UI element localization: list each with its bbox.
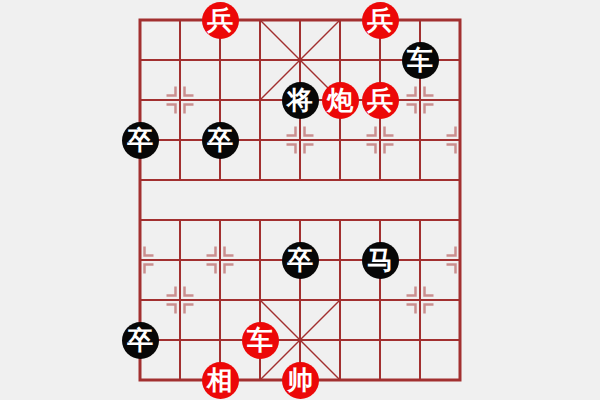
piece-red-elephant[interactable]: 相 — [202, 362, 239, 399]
piece-black-soldier[interactable]: 卒 — [202, 122, 239, 159]
board-grid — [0, 0, 600, 400]
piece-black-soldier[interactable]: 卒 — [122, 322, 159, 359]
piece-black-general[interactable]: 将 — [282, 82, 319, 119]
piece-red-general[interactable]: 帅 — [282, 362, 319, 399]
piece-red-soldier[interactable]: 兵 — [362, 2, 399, 39]
piece-red-soldier[interactable]: 兵 — [362, 82, 399, 119]
piece-red-chariot[interactable]: 车 — [242, 322, 279, 359]
piece-black-soldier[interactable]: 卒 — [122, 122, 159, 159]
piece-black-soldier[interactable]: 卒 — [282, 242, 319, 279]
piece-red-soldier[interactable]: 兵 — [202, 2, 239, 39]
piece-red-cannon[interactable]: 炮 — [322, 82, 359, 119]
piece-black-chariot[interactable]: 车 — [402, 42, 439, 79]
piece-black-horse[interactable]: 马 — [362, 242, 399, 279]
xiangqi-board[interactable]: 兵兵车将炮兵卒卒卒马卒车相帅 — [0, 0, 600, 400]
